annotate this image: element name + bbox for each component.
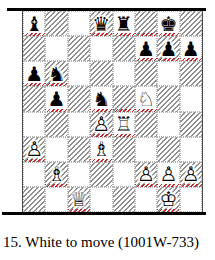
square-c8 — [68, 11, 90, 36]
black-pawn-icon: ♟ — [182, 39, 200, 59]
square-a7 — [23, 36, 45, 61]
square-d4: ♙ — [90, 112, 112, 137]
spellcheck-squiggle — [23, 33, 45, 36]
square-g4 — [157, 112, 179, 137]
square-h7: ♟ — [180, 36, 202, 61]
spellcheck-squiggle — [90, 109, 112, 112]
black-pawn-icon: ♟ — [159, 39, 177, 59]
puzzle-caption: 15. White to move (1001W-733) — [3, 234, 199, 251]
square-d3: ♗ — [90, 137, 112, 162]
black-pawn-icon: ♟ — [25, 64, 43, 84]
spellcheck-squiggle — [135, 33, 157, 36]
square-d8: ♛ — [90, 11, 112, 36]
square-d1 — [90, 187, 112, 212]
square-c4 — [68, 112, 90, 137]
square-f6 — [135, 61, 157, 86]
black-king-icon: ♚ — [159, 14, 177, 34]
black-bishop-icon: ♝ — [25, 14, 43, 34]
square-f8 — [135, 11, 157, 36]
square-c3 — [68, 137, 90, 162]
white-bishop-icon: ♗ — [48, 164, 66, 184]
square-h6 — [180, 61, 202, 86]
spellcheck-squiggle — [157, 58, 179, 61]
bottom-rule — [2, 212, 206, 215]
square-g3 — [157, 137, 179, 162]
square-b4 — [45, 112, 67, 137]
square-b3 — [45, 137, 67, 162]
spellcheck-squiggle — [68, 209, 90, 212]
square-c1: ♕ — [68, 187, 90, 212]
square-e3 — [113, 137, 135, 162]
black-knight-icon: ♞ — [48, 64, 66, 84]
black-queen-icon: ♛ — [92, 14, 110, 34]
square-a8: ♝ — [23, 11, 45, 36]
square-d2 — [90, 162, 112, 187]
white-bishop-icon: ♗ — [92, 139, 110, 159]
black-rook-icon: ♜ — [115, 14, 133, 34]
spellcheck-squiggle — [113, 134, 135, 137]
square-e8: ♜ — [113, 11, 135, 36]
square-h3 — [180, 137, 202, 162]
spellcheck-squiggle — [135, 184, 157, 187]
square-h2: ♙ — [180, 162, 202, 187]
square-h8 — [180, 11, 202, 36]
square-e4: ♖ — [113, 112, 135, 137]
square-e2 — [113, 162, 135, 187]
spellcheck-squiggle — [180, 58, 202, 61]
square-b5: ♟ — [45, 86, 67, 111]
square-g2: ♙ — [157, 162, 179, 187]
square-c7 — [68, 36, 90, 61]
square-f7: ♟ — [135, 36, 157, 61]
spellcheck-squiggle — [23, 159, 45, 162]
spellcheck-squiggle — [135, 58, 157, 61]
square-d6 — [90, 61, 112, 86]
square-a6: ♟ — [23, 61, 45, 86]
square-f3 — [135, 137, 157, 162]
spellcheck-squiggle — [90, 134, 112, 137]
spellcheck-squiggle — [157, 209, 179, 212]
spellcheck-squiggle — [45, 83, 67, 86]
white-rook-icon: ♖ — [115, 114, 133, 134]
white-queen-icon: ♕ — [70, 189, 88, 209]
square-f5: ♘ — [135, 86, 157, 111]
square-a1 — [23, 187, 45, 212]
white-pawn-icon: ♙ — [92, 114, 110, 134]
square-d5: ♞ — [90, 86, 112, 111]
square-a5 — [23, 86, 45, 111]
square-f1 — [135, 187, 157, 212]
square-f2: ♙ — [135, 162, 157, 187]
square-e7 — [113, 36, 135, 61]
white-pawn-icon: ♙ — [182, 164, 200, 184]
white-pawn-icon: ♙ — [159, 164, 177, 184]
spellcheck-squiggle — [23, 83, 45, 86]
square-e5 — [113, 86, 135, 111]
spellcheck-squiggle — [90, 159, 112, 162]
spellcheck-squiggle — [157, 184, 179, 187]
square-d7 — [90, 36, 112, 61]
square-g1: ♔ — [157, 187, 179, 212]
square-f4 — [135, 112, 157, 137]
spellcheck-squiggle — [180, 184, 202, 187]
square-b8 — [45, 11, 67, 36]
black-pawn-icon: ♟ — [137, 39, 155, 59]
spellcheck-squiggle — [157, 33, 179, 36]
square-g8: ♚ — [157, 11, 179, 36]
white-knight-icon: ♘ — [137, 89, 155, 109]
square-a2 — [23, 162, 45, 187]
spellcheck-squiggle — [45, 184, 67, 187]
square-g6 — [157, 61, 179, 86]
spellcheck-squiggle — [45, 109, 67, 112]
spellcheck-squiggle — [113, 109, 135, 112]
square-b2: ♗ — [45, 162, 67, 187]
spellcheck-squiggle — [135, 109, 157, 112]
puzzle-page: ♝♛♜♚♟♟♟♟♞♟♞♘♙♖♙♗♗♙♙♙♕♔ 15. White to move… — [0, 0, 215, 260]
spellcheck-squiggle — [113, 33, 135, 36]
square-b7 — [45, 36, 67, 61]
spellcheck-squiggle — [90, 33, 112, 36]
square-h1 — [180, 187, 202, 212]
square-g5 — [157, 86, 179, 111]
square-a3: ♙ — [23, 137, 45, 162]
black-pawn-icon: ♟ — [48, 89, 66, 109]
square-e1 — [113, 187, 135, 212]
square-e6 — [113, 61, 135, 86]
chessboard: ♝♛♜♚♟♟♟♟♞♟♞♘♙♖♙♗♗♙♙♙♕♔ — [22, 11, 203, 212]
square-c2 — [68, 162, 90, 187]
black-knight-icon: ♞ — [92, 89, 110, 109]
square-h5 — [180, 86, 202, 111]
square-b6: ♞ — [45, 61, 67, 86]
square-h4 — [180, 112, 202, 137]
square-g7: ♟ — [157, 36, 179, 61]
square-b1 — [45, 187, 67, 212]
square-c5 — [68, 86, 90, 111]
square-a4 — [23, 112, 45, 137]
white-king-icon: ♔ — [159, 189, 177, 209]
white-pawn-icon: ♙ — [137, 164, 155, 184]
square-c6 — [68, 61, 90, 86]
white-pawn-icon: ♙ — [25, 139, 43, 159]
